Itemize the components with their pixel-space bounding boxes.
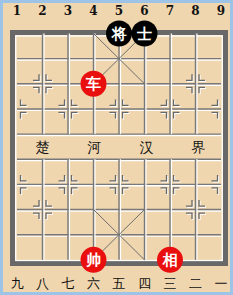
file-label-top: 6 (140, 4, 148, 18)
file-label-bottom: 九 (11, 276, 24, 291)
file-label-bottom: 二 (189, 276, 202, 291)
river-label: 汉 (140, 139, 154, 155)
marker-shadow (124, 189, 130, 195)
piece-black-general[interactable]: 将 (106, 21, 132, 47)
river-label: 界 (192, 139, 206, 155)
position-marker (59, 99, 65, 105)
position-marker (59, 175, 65, 181)
file-label-top: 9 (217, 4, 225, 18)
xiangqi-board[interactable]: 楚河汉界123456789九八七六五四三二一将士车帅相 (0, 0, 233, 295)
file-label-bottom: 四 (138, 276, 151, 291)
river-label: 河 (88, 139, 102, 155)
file-label-bottom: 三 (164, 276, 177, 291)
position-marker (110, 99, 116, 105)
file-label-top: 3 (64, 4, 72, 18)
file-label-top: 4 (89, 4, 97, 18)
xiangqi-app-window: 楚河汉界123456789九八七六五四三二一将士车帅相 (0, 0, 233, 295)
file-label-top: 2 (38, 4, 46, 18)
piece-glyph: 帅 (85, 251, 101, 269)
position-marker (186, 200, 192, 206)
river-label: 楚 (36, 139, 50, 155)
marker-shadow (200, 88, 206, 94)
piece-glyph: 相 (162, 251, 178, 269)
marker-shadow (200, 214, 206, 220)
piece-red-elephant[interactable]: 相 (157, 247, 183, 273)
marker-shadow (124, 113, 130, 119)
position-marker (110, 175, 116, 181)
piece-glyph: 车 (85, 75, 101, 93)
position-marker (186, 74, 192, 80)
marker-shadow (22, 113, 28, 119)
piece-black-advisor[interactable]: 士 (132, 21, 158, 47)
piece-glyph: 将 (111, 25, 127, 43)
file-label-bottom: 八 (36, 276, 49, 291)
file-label-top: 8 (191, 4, 199, 18)
position-marker (161, 175, 167, 181)
marker-shadow (47, 88, 53, 94)
piece-red-general[interactable]: 帅 (81, 247, 107, 273)
piece-glyph: 士 (136, 25, 152, 43)
piece-red-chariot[interactable]: 车 (81, 71, 107, 97)
file-label-bottom: 一 (215, 276, 228, 291)
position-marker (212, 175, 218, 181)
marker-shadow (47, 214, 53, 220)
file-label-top: 7 (166, 4, 174, 18)
marker-shadow (22, 189, 28, 195)
marker-shadow (175, 189, 181, 195)
file-label-bottom: 七 (62, 276, 75, 291)
position-marker (33, 200, 39, 206)
file-label-bottom: 五 (113, 276, 126, 291)
position-marker (33, 74, 39, 80)
file-label-top: 5 (115, 4, 123, 18)
file-label-top: 1 (13, 4, 21, 18)
marker-shadow (73, 189, 79, 195)
position-marker (161, 99, 167, 105)
position-marker (212, 99, 218, 105)
marker-shadow (175, 113, 181, 119)
marker-shadow (73, 113, 79, 119)
file-label-bottom: 六 (87, 276, 100, 291)
